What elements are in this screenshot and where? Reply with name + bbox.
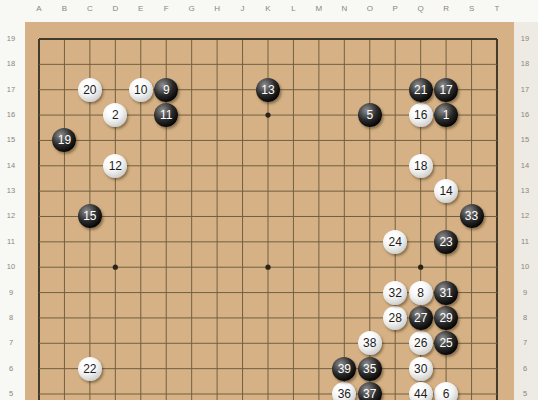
- stone-F17[interactable]: 9: [154, 78, 178, 102]
- col-label-M: M: [309, 4, 329, 13]
- col-label-O: O: [360, 4, 380, 13]
- row-label-right-15: 15: [514, 135, 536, 145]
- row-label-left-7: 7: [0, 338, 22, 348]
- stone-Q14[interactable]: 18: [409, 154, 433, 178]
- col-label-G: G: [182, 4, 202, 13]
- row-label-left-19: 19: [0, 34, 22, 44]
- row-label-left-8: 8: [0, 313, 22, 323]
- row-label-right-11: 11: [514, 237, 536, 247]
- row-label-left-5: 5: [0, 389, 22, 399]
- stone-K17[interactable]: 13: [256, 78, 280, 102]
- col-label-T: T: [487, 4, 507, 13]
- stone-R16[interactable]: 1: [434, 103, 458, 127]
- col-label-N: N: [334, 4, 354, 13]
- col-label-P: P: [385, 4, 405, 13]
- row-label-left-10: 10: [0, 262, 22, 272]
- col-label-R: R: [436, 4, 456, 13]
- stone-Q9[interactable]: 8: [409, 281, 433, 305]
- hoshi-point: [265, 265, 270, 270]
- row-label-right-19: 19: [514, 34, 536, 44]
- stone-Q7[interactable]: 26: [409, 331, 433, 355]
- col-label-H: H: [207, 4, 227, 13]
- col-label-J: J: [233, 4, 253, 13]
- stone-Q5[interactable]: 44: [409, 382, 433, 400]
- stone-O6[interactable]: 35: [358, 357, 382, 381]
- stone-O7[interactable]: 38: [358, 331, 382, 355]
- hoshi-point: [113, 265, 118, 270]
- stone-R8[interactable]: 29: [434, 306, 458, 330]
- stone-R5[interactable]: 6: [434, 382, 458, 400]
- stone-R17[interactable]: 17: [434, 78, 458, 102]
- row-label-right-13: 13: [514, 186, 536, 196]
- stone-E17[interactable]: 10: [129, 78, 153, 102]
- row-label-left-6: 6: [0, 364, 22, 374]
- col-label-B: B: [54, 4, 74, 13]
- stone-Q6[interactable]: 30: [409, 357, 433, 381]
- col-label-A: A: [29, 4, 49, 13]
- stone-R11[interactable]: 23: [434, 230, 458, 254]
- col-label-C: C: [80, 4, 100, 13]
- row-label-right-5: 5: [514, 389, 536, 399]
- row-label-right-8: 8: [514, 313, 536, 323]
- stone-Q17[interactable]: 21: [409, 78, 433, 102]
- row-label-left-14: 14: [0, 161, 22, 171]
- row-label-right-16: 16: [514, 110, 536, 120]
- col-label-L: L: [283, 4, 303, 13]
- stone-Q16[interactable]: 16: [409, 103, 433, 127]
- stone-C6[interactable]: 22: [78, 357, 102, 381]
- stone-S12[interactable]: 33: [460, 204, 484, 228]
- col-label-K: K: [258, 4, 278, 13]
- row-label-right-17: 17: [514, 85, 536, 95]
- stone-P11[interactable]: 24: [383, 230, 407, 254]
- row-label-right-14: 14: [514, 161, 536, 171]
- col-label-E: E: [131, 4, 151, 13]
- stone-Q8[interactable]: 27: [409, 306, 433, 330]
- col-label-F: F: [156, 4, 176, 13]
- row-label-left-16: 16: [0, 110, 22, 120]
- stone-O16[interactable]: 5: [358, 103, 382, 127]
- row-label-left-18: 18: [0, 59, 22, 69]
- row-label-left-13: 13: [0, 186, 22, 196]
- stone-P8[interactable]: 28: [383, 306, 407, 330]
- row-label-right-18: 18: [514, 59, 536, 69]
- go-diagram: ABCDEFGHJKLMNOPQRST191918181717161615151…: [0, 0, 538, 400]
- row-label-right-12: 12: [514, 211, 536, 221]
- stone-N6[interactable]: 39: [332, 357, 356, 381]
- row-label-right-10: 10: [514, 262, 536, 272]
- row-label-right-9: 9: [514, 288, 536, 298]
- row-label-left-17: 17: [0, 85, 22, 95]
- col-label-S: S: [462, 4, 482, 13]
- row-label-left-11: 11: [0, 237, 22, 247]
- col-label-Q: Q: [411, 4, 431, 13]
- stone-C17[interactable]: 20: [78, 78, 102, 102]
- stone-R9[interactable]: 31: [434, 281, 458, 305]
- row-label-right-6: 6: [514, 364, 536, 374]
- hoshi-point: [418, 265, 423, 270]
- row-label-left-15: 15: [0, 135, 22, 145]
- row-label-left-9: 9: [0, 288, 22, 298]
- row-label-right-7: 7: [514, 338, 536, 348]
- row-label-left-12: 12: [0, 211, 22, 221]
- hoshi-point: [265, 112, 270, 117]
- stone-P9[interactable]: 32: [383, 281, 407, 305]
- col-label-D: D: [105, 4, 125, 13]
- stone-D14[interactable]: 12: [103, 154, 127, 178]
- stone-O5[interactable]: 37: [358, 382, 382, 400]
